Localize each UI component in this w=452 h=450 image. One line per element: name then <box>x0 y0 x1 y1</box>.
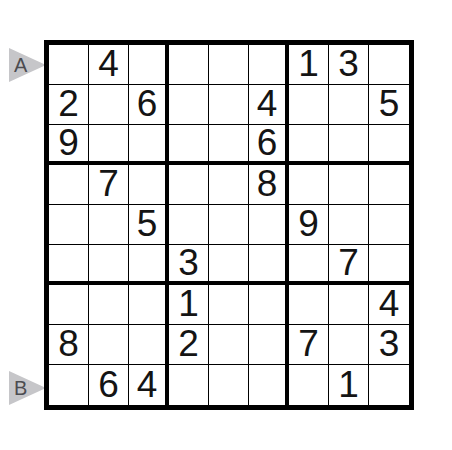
cell-r3c6[interactable]: 6 <box>249 125 289 165</box>
cell-r2c1[interactable]: 2 <box>49 85 89 125</box>
cell-r8c1[interactable]: 8 <box>49 325 89 365</box>
cell-r3c8[interactable] <box>329 125 369 165</box>
cell-r3c5[interactable] <box>209 125 249 165</box>
row-marker-b-label: B <box>14 377 27 400</box>
cell-r5c5[interactable] <box>209 205 249 245</box>
cell-r4c8[interactable] <box>329 165 369 205</box>
cell-r4c5[interactable] <box>209 165 249 205</box>
cell-r9c8[interactable]: 1 <box>329 365 369 405</box>
cell-r2c9[interactable]: 5 <box>369 85 409 125</box>
cell-r6c5[interactable] <box>209 245 249 285</box>
cell-r7c1[interactable] <box>49 285 89 325</box>
cell-r9c9[interactable] <box>369 365 409 405</box>
cell-r7c4[interactable]: 1 <box>169 285 209 325</box>
cell-r2c7[interactable] <box>289 85 329 125</box>
cell-r3c7[interactable] <box>289 125 329 165</box>
cell-r9c6[interactable] <box>249 365 289 405</box>
cell-r9c7[interactable] <box>289 365 329 405</box>
cell-r6c2[interactable] <box>89 245 129 285</box>
cell-r5c9[interactable] <box>369 205 409 245</box>
cell-r2c6[interactable]: 4 <box>249 85 289 125</box>
cell-r7c2[interactable] <box>89 285 129 325</box>
cell-r7c8[interactable] <box>329 285 369 325</box>
cell-r1c5[interactable] <box>209 45 249 85</box>
cell-r3c9[interactable] <box>369 125 409 165</box>
cell-r4c1[interactable] <box>49 165 89 205</box>
cell-r2c5[interactable] <box>209 85 249 125</box>
cell-r2c3[interactable]: 6 <box>129 85 169 125</box>
cell-r1c3[interactable] <box>129 45 169 85</box>
cell-r1c1[interactable] <box>49 45 89 85</box>
cell-r8c9[interactable]: 3 <box>369 325 409 365</box>
cell-r5c1[interactable] <box>49 205 89 245</box>
cell-r5c2[interactable] <box>89 205 129 245</box>
cell-r3c2[interactable] <box>89 125 129 165</box>
cell-r5c7[interactable]: 9 <box>289 205 329 245</box>
cell-r8c6[interactable] <box>249 325 289 365</box>
cell-r4c9[interactable] <box>369 165 409 205</box>
cell-r1c6[interactable] <box>249 45 289 85</box>
cell-r5c6[interactable] <box>249 205 289 245</box>
cell-r8c8[interactable] <box>329 325 369 365</box>
cell-r4c3[interactable] <box>129 165 169 205</box>
cell-r8c7[interactable]: 7 <box>289 325 329 365</box>
cell-r1c7[interactable]: 1 <box>289 45 329 85</box>
cell-r2c2[interactable] <box>89 85 129 125</box>
cell-r5c4[interactable] <box>169 205 209 245</box>
cell-r7c7[interactable] <box>289 285 329 325</box>
cell-r8c4[interactable]: 2 <box>169 325 209 365</box>
cell-r1c4[interactable] <box>169 45 209 85</box>
cell-r9c2[interactable]: 6 <box>89 365 129 405</box>
cell-r9c1[interactable] <box>49 365 89 405</box>
cell-r7c6[interactable] <box>249 285 289 325</box>
cell-r6c9[interactable] <box>369 245 409 285</box>
cell-r9c4[interactable] <box>169 365 209 405</box>
cell-r5c8[interactable] <box>329 205 369 245</box>
cell-r6c8[interactable]: 7 <box>329 245 369 285</box>
row-marker-a-label: A <box>14 54 27 77</box>
cell-r3c1[interactable]: 9 <box>49 125 89 165</box>
cell-r1c9[interactable] <box>369 45 409 85</box>
cell-r1c2[interactable]: 4 <box>89 45 129 85</box>
cell-r5c3[interactable]: 5 <box>129 205 169 245</box>
cell-r1c8[interactable]: 3 <box>329 45 369 85</box>
cell-r7c9[interactable]: 4 <box>369 285 409 325</box>
cell-r9c5[interactable] <box>209 365 249 405</box>
cell-r3c4[interactable] <box>169 125 209 165</box>
cell-r6c7[interactable] <box>289 245 329 285</box>
cell-r4c6[interactable]: 8 <box>249 165 289 205</box>
cell-r7c5[interactable] <box>209 285 249 325</box>
cell-r4c7[interactable] <box>289 165 329 205</box>
cell-r2c4[interactable] <box>169 85 209 125</box>
cell-r6c1[interactable] <box>49 245 89 285</box>
cell-r8c2[interactable] <box>89 325 129 365</box>
cell-r7c3[interactable] <box>129 285 169 325</box>
cell-r6c4[interactable]: 3 <box>169 245 209 285</box>
row-marker-b: B <box>9 371 46 405</box>
cell-r2c8[interactable] <box>329 85 369 125</box>
cell-r4c4[interactable] <box>169 165 209 205</box>
cell-r3c3[interactable] <box>129 125 169 165</box>
cell-r8c3[interactable] <box>129 325 169 365</box>
cell-r6c3[interactable] <box>129 245 169 285</box>
cell-r9c3[interactable]: 4 <box>129 365 169 405</box>
cell-r6c6[interactable] <box>249 245 289 285</box>
cell-r8c5[interactable] <box>209 325 249 365</box>
row-marker-a: A <box>9 48 46 82</box>
sudoku-board: 413264596785937148273641 <box>44 40 414 410</box>
sudoku-puzzle: A B 413264596785937148273641 <box>0 0 452 450</box>
cell-r4c2[interactable]: 7 <box>89 165 129 205</box>
